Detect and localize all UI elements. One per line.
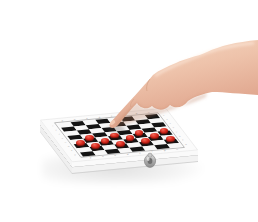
- pointing-hand: [0, 0, 258, 222]
- scene: aabbccddeeffgghh1122334455667788: [0, 0, 258, 222]
- fingertip-shadow: [107, 126, 125, 132]
